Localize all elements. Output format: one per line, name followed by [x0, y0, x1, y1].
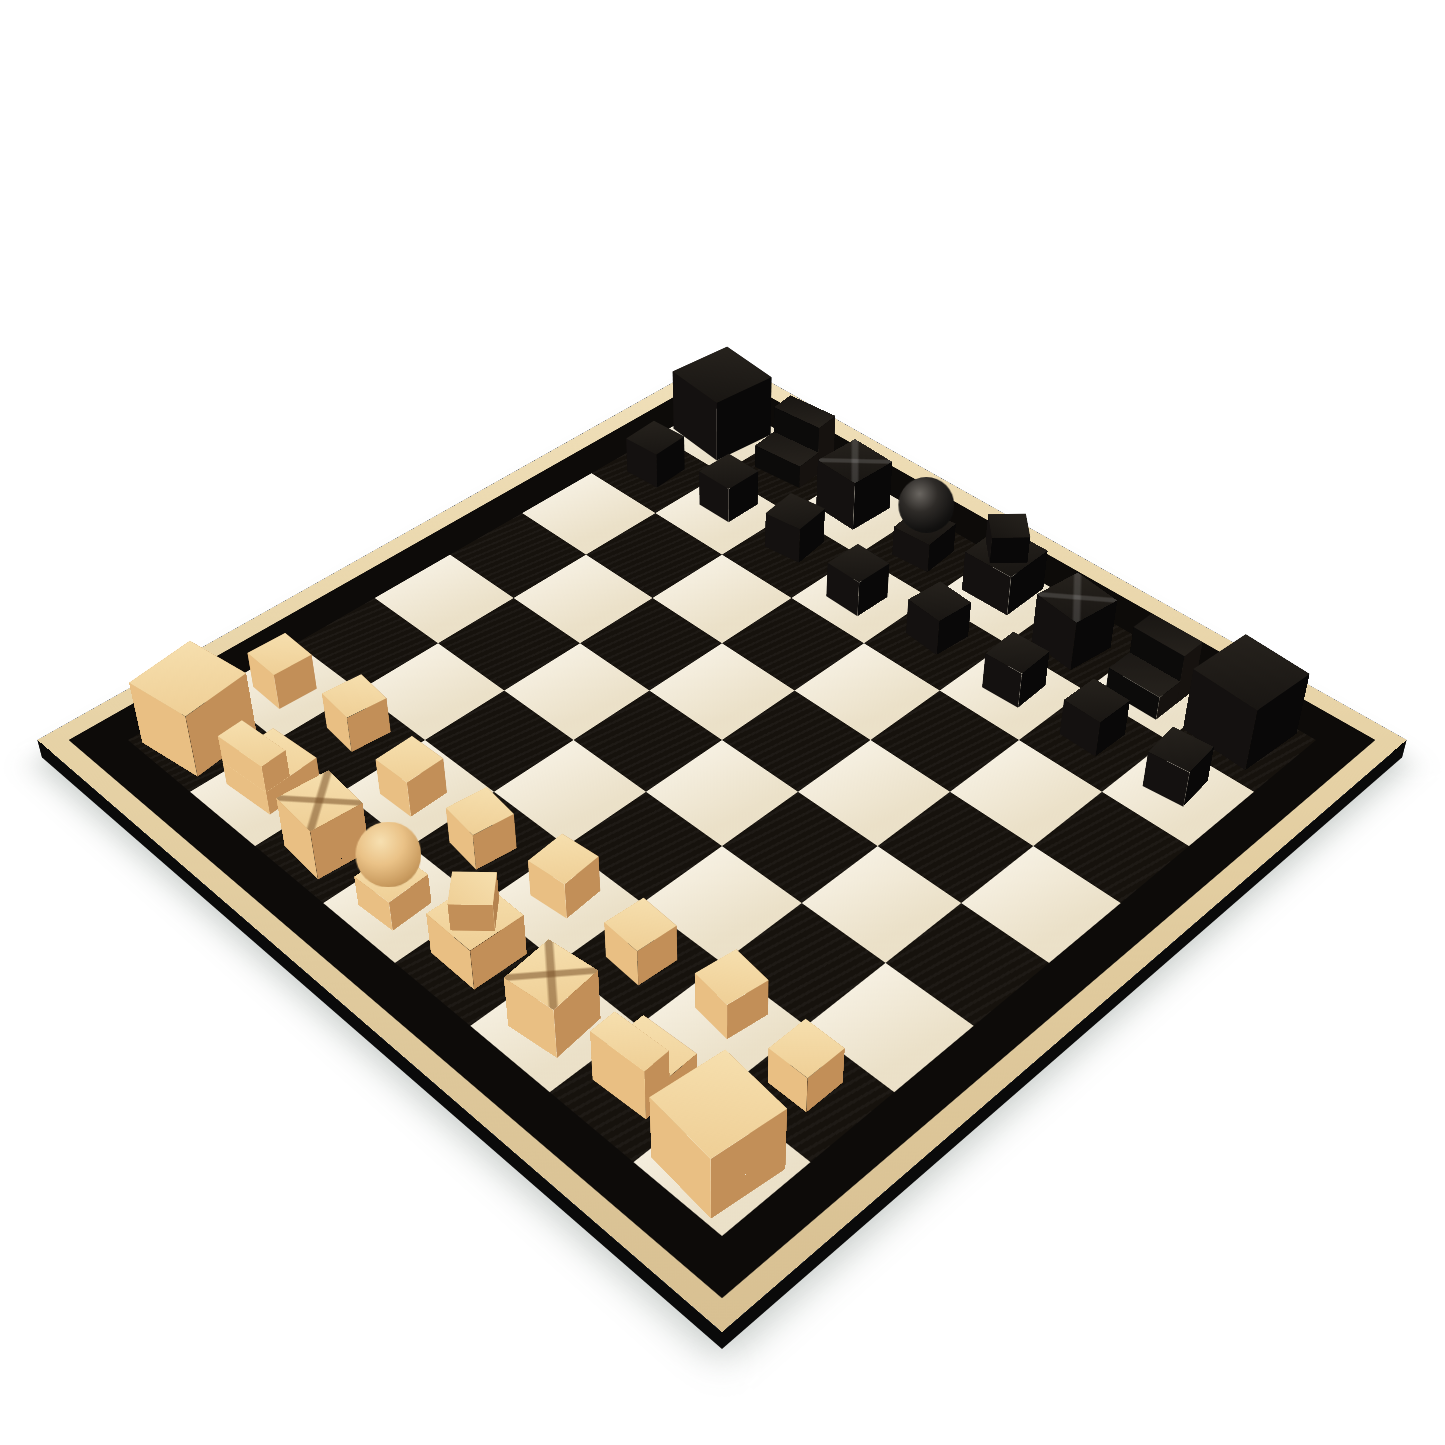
product-photo-stage	[0, 0, 1445, 1445]
white-queen-ball[interactable]	[355, 822, 421, 888]
face-top	[447, 872, 496, 905]
scene	[0, 0, 1445, 1445]
chess-board	[38, 355, 1407, 1332]
black-queen-ball[interactable]	[898, 477, 954, 533]
face-top	[988, 514, 1030, 538]
face-east	[447, 904, 495, 931]
face-east	[990, 537, 1031, 563]
white-king-cap	[450, 898, 499, 931]
black-king-cap	[986, 539, 1028, 563]
